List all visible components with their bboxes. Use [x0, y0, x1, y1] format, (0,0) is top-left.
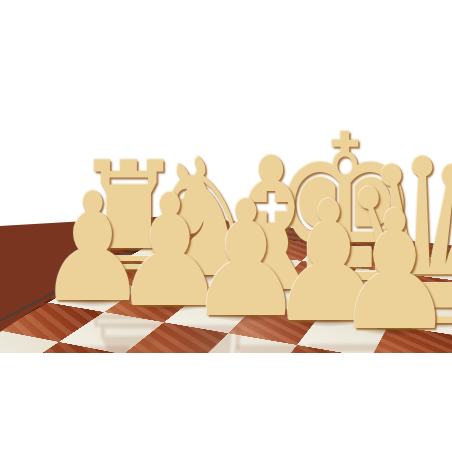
pieces-layer: ♜♜♞♞♚♚♝♝♟♟♟♟♟♟♟♟♛♛♟♟ — [0, 0, 452, 353]
board-area: ♜♜♞♞♚♚♝♝♟♟♟♟♟♟♟♟♛♛♟♟ — [0, 0, 452, 353]
chess-set-photo: ♜♜♞♞♚♚♝♝♟♟♟♟♟♟♟♟♛♛♟♟ — [0, 0, 452, 452]
pawn-glyph: ♟ — [334, 189, 452, 353]
